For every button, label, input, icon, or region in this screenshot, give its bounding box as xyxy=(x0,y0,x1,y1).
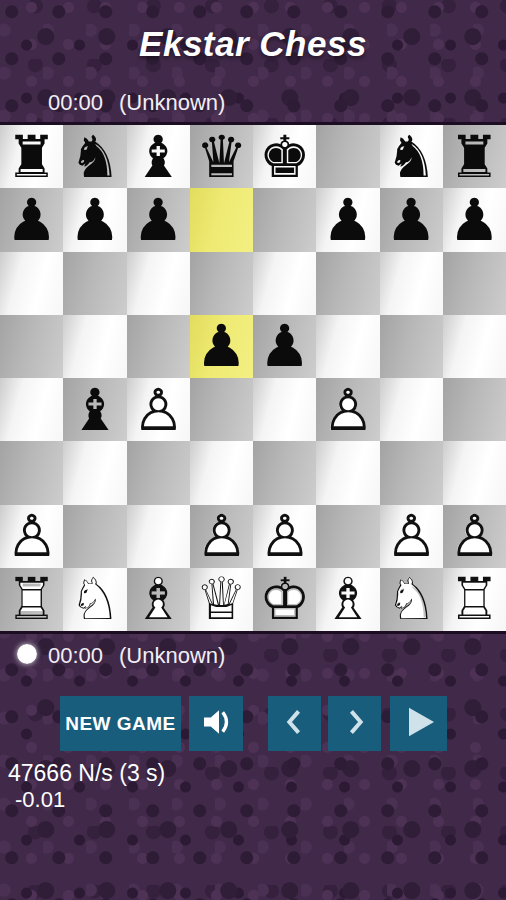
square-a3[interactable] xyxy=(0,441,63,504)
square-b4[interactable]: ♝ xyxy=(63,378,126,441)
play-icon xyxy=(399,702,439,745)
square-h3[interactable] xyxy=(443,441,506,504)
piece-black-rook: ♜ xyxy=(0,125,63,188)
square-c4[interactable]: ♟♙ xyxy=(127,378,190,441)
piece-black-knight: ♞ xyxy=(380,125,443,188)
chevron-left-icon xyxy=(278,705,312,742)
square-b2[interactable] xyxy=(63,505,126,568)
engine-eval: -0.01 xyxy=(15,787,165,813)
square-c8[interactable]: ♝ xyxy=(127,125,190,188)
forward-move-button[interactable] xyxy=(328,696,381,751)
piece-white-knight: ♘ xyxy=(63,568,126,631)
chess-board[interactable]: ♜♞♝♛♚♞♜♟♟♟♟♟♟♟♟♝♟♙♟♙♟♙♟♙♟♙♟♙♟♙♜♖♞♘♝♗♛♕♚♔… xyxy=(0,125,506,631)
back-move-button[interactable] xyxy=(268,696,321,751)
square-g5[interactable] xyxy=(380,315,443,378)
piece-black-pawn: ♟ xyxy=(127,188,190,251)
white-rook-fill: ♜ xyxy=(0,568,63,631)
sound-button[interactable] xyxy=(189,696,243,751)
piece-white-pawn: ♙ xyxy=(443,505,506,568)
square-d7[interactable] xyxy=(190,188,253,251)
white-pawn-fill: ♟ xyxy=(190,505,253,568)
square-e7[interactable] xyxy=(253,188,316,251)
square-d2[interactable]: ♟♙ xyxy=(190,505,253,568)
square-h6[interactable] xyxy=(443,252,506,315)
piece-black-knight: ♞ xyxy=(63,125,126,188)
square-b6[interactable] xyxy=(63,252,126,315)
new-game-button[interactable]: NEW GAME xyxy=(60,696,181,751)
square-f3[interactable] xyxy=(316,441,379,504)
white-king-fill: ♚ xyxy=(253,568,316,631)
square-c3[interactable] xyxy=(127,441,190,504)
square-g1[interactable]: ♞♘ xyxy=(380,568,443,631)
square-b5[interactable] xyxy=(63,315,126,378)
piece-white-bishop: ♗ xyxy=(316,568,379,631)
square-a6[interactable] xyxy=(0,252,63,315)
piece-white-pawn: ♙ xyxy=(380,505,443,568)
piece-white-queen: ♕ xyxy=(190,568,253,631)
piece-white-pawn: ♙ xyxy=(190,505,253,568)
square-f4[interactable]: ♟♙ xyxy=(316,378,379,441)
piece-white-pawn: ♙ xyxy=(253,505,316,568)
play-button[interactable] xyxy=(390,696,447,751)
square-c7[interactable]: ♟ xyxy=(127,188,190,251)
white-player-name: (Unknown) xyxy=(119,643,225,669)
piece-black-pawn: ♟ xyxy=(0,188,63,251)
piece-black-king: ♚ xyxy=(253,125,316,188)
white-bishop-fill: ♝ xyxy=(316,568,379,631)
engine-info: 47666 N/s (3 s) -0.01 xyxy=(8,760,165,813)
square-e4[interactable] xyxy=(253,378,316,441)
white-rook-fill: ♜ xyxy=(443,568,506,631)
speaker-icon xyxy=(198,704,234,743)
square-a8[interactable]: ♜ xyxy=(0,125,63,188)
white-pawn-fill: ♟ xyxy=(380,505,443,568)
square-h1[interactable]: ♜♖ xyxy=(443,568,506,631)
square-f5[interactable] xyxy=(316,315,379,378)
square-e8[interactable]: ♚ xyxy=(253,125,316,188)
piece-black-pawn: ♟ xyxy=(63,188,126,251)
square-h8[interactable]: ♜ xyxy=(443,125,506,188)
white-clock-time: 00:00 xyxy=(48,643,103,669)
square-f8[interactable] xyxy=(316,125,379,188)
engine-nps: 47666 N/s (3 s) xyxy=(8,760,165,787)
square-b1[interactable]: ♞♘ xyxy=(63,568,126,631)
black-clock-row: 00:00 (Unknown) xyxy=(0,90,506,118)
piece-white-bishop: ♗ xyxy=(127,568,190,631)
piece-white-pawn: ♙ xyxy=(127,378,190,441)
piece-black-pawn: ♟ xyxy=(253,315,316,378)
white-queen-fill: ♛ xyxy=(190,568,253,631)
square-h4[interactable] xyxy=(443,378,506,441)
square-e5[interactable]: ♟ xyxy=(253,315,316,378)
square-d1[interactable]: ♛♕ xyxy=(190,568,253,631)
piece-white-rook: ♖ xyxy=(443,568,506,631)
square-c2[interactable] xyxy=(127,505,190,568)
white-pawn-fill: ♟ xyxy=(253,505,316,568)
square-h7[interactable]: ♟ xyxy=(443,188,506,251)
square-e1[interactable]: ♚♔ xyxy=(253,568,316,631)
piece-black-bishop: ♝ xyxy=(63,378,126,441)
piece-black-pawn: ♟ xyxy=(380,188,443,251)
square-e6[interactable] xyxy=(253,252,316,315)
square-d4[interactable] xyxy=(190,378,253,441)
square-a1[interactable]: ♜♖ xyxy=(0,568,63,631)
square-c1[interactable]: ♝♗ xyxy=(127,568,190,631)
black-clock-time: 00:00 xyxy=(48,90,103,116)
piece-black-pawn: ♟ xyxy=(443,188,506,251)
square-d6[interactable] xyxy=(190,252,253,315)
square-g2[interactable]: ♟♙ xyxy=(380,505,443,568)
square-f2[interactable] xyxy=(316,505,379,568)
white-knight-fill: ♞ xyxy=(63,568,126,631)
square-f7[interactable]: ♟ xyxy=(316,188,379,251)
control-bar: NEW GAME xyxy=(0,696,506,751)
chevron-right-icon xyxy=(338,705,372,742)
piece-black-rook: ♜ xyxy=(443,125,506,188)
piece-black-pawn: ♟ xyxy=(316,188,379,251)
black-player-name: (Unknown) xyxy=(119,90,225,116)
square-a7[interactable]: ♟ xyxy=(0,188,63,251)
square-f6[interactable] xyxy=(316,252,379,315)
square-a4[interactable] xyxy=(0,378,63,441)
piece-black-queen: ♛ xyxy=(190,125,253,188)
app-title: Ekstar Chess xyxy=(0,24,506,64)
white-pawn-fill: ♟ xyxy=(316,378,379,441)
square-d3[interactable] xyxy=(190,441,253,504)
square-g3[interactable] xyxy=(380,441,443,504)
square-e3[interactable] xyxy=(253,441,316,504)
square-b3[interactable] xyxy=(63,441,126,504)
square-a5[interactable] xyxy=(0,315,63,378)
square-d5[interactable]: ♟ xyxy=(190,315,253,378)
piece-black-pawn: ♟ xyxy=(190,315,253,378)
piece-white-pawn: ♙ xyxy=(0,505,63,568)
square-g8[interactable]: ♞ xyxy=(380,125,443,188)
square-a2[interactable]: ♟♙ xyxy=(0,505,63,568)
white-pawn-fill: ♟ xyxy=(0,505,63,568)
piece-white-knight: ♘ xyxy=(380,568,443,631)
square-g6[interactable] xyxy=(380,252,443,315)
white-clock-row: 00:00 (Unknown) xyxy=(0,643,506,671)
white-knight-fill: ♞ xyxy=(380,568,443,631)
piece-white-pawn: ♙ xyxy=(316,378,379,441)
white-pawn-fill: ♟ xyxy=(127,378,190,441)
square-c5[interactable] xyxy=(127,315,190,378)
square-g4[interactable] xyxy=(380,378,443,441)
square-b7[interactable]: ♟ xyxy=(63,188,126,251)
piece-white-rook: ♖ xyxy=(0,568,63,631)
square-h5[interactable] xyxy=(443,315,506,378)
square-f1[interactable]: ♝♗ xyxy=(316,568,379,631)
square-c6[interactable] xyxy=(127,252,190,315)
square-b8[interactable]: ♞ xyxy=(63,125,126,188)
piece-black-bishop: ♝ xyxy=(127,125,190,188)
square-e2[interactable]: ♟♙ xyxy=(253,505,316,568)
square-g7[interactable]: ♟ xyxy=(380,188,443,251)
turn-indicator-dot xyxy=(17,644,37,664)
white-pawn-fill: ♟ xyxy=(443,505,506,568)
piece-white-king: ♔ xyxy=(253,568,316,631)
white-bishop-fill: ♝ xyxy=(127,568,190,631)
square-h2[interactable]: ♟♙ xyxy=(443,505,506,568)
square-d8[interactable]: ♛ xyxy=(190,125,253,188)
app-screen: Ekstar Chess 00:00 (Unknown) ♜♞♝♛♚♞♜♟♟♟♟… xyxy=(0,0,506,900)
